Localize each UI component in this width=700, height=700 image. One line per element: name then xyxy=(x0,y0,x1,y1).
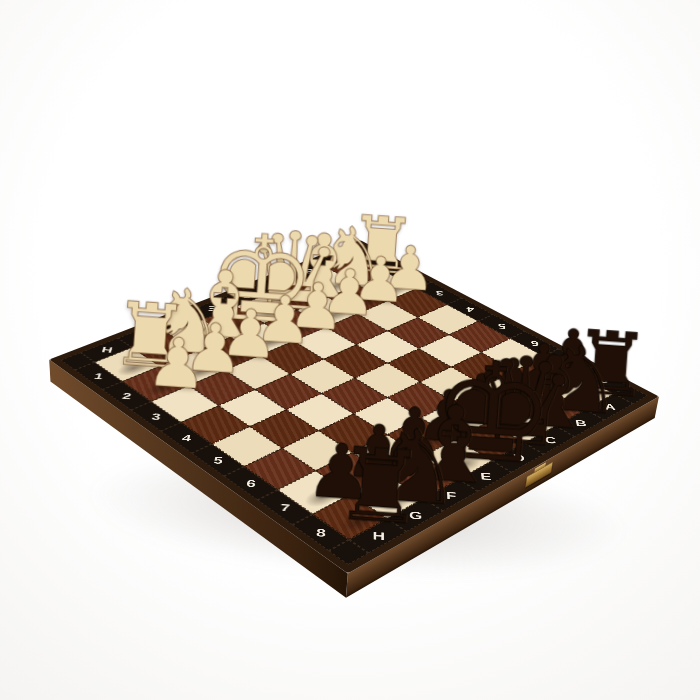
rank-label-text: 3 xyxy=(150,412,161,421)
piece-black-rook-h8: ♜ xyxy=(332,437,428,538)
rank-label-text: 8 xyxy=(315,527,325,538)
rank-label-text: 1 xyxy=(93,372,104,381)
photo-background: HGFEDCBA1♜♞♝♚♛♝♞♜12♟♟♟♟♟♟♟♟2334455667♟♟♟… xyxy=(0,0,700,700)
rank-label-text: 2 xyxy=(121,391,132,400)
rank-label-text: 3 xyxy=(435,290,443,297)
square-f4 xyxy=(255,374,321,410)
rank-label-text: 7 xyxy=(279,502,290,513)
rank-label-text: 5 xyxy=(212,455,223,465)
piece-white-pawn-h2: ♟ xyxy=(144,330,210,399)
rank-label-text: 6 xyxy=(245,478,256,488)
rank-label-text: 4 xyxy=(181,433,192,443)
rank-label-text: 4 xyxy=(466,306,474,313)
